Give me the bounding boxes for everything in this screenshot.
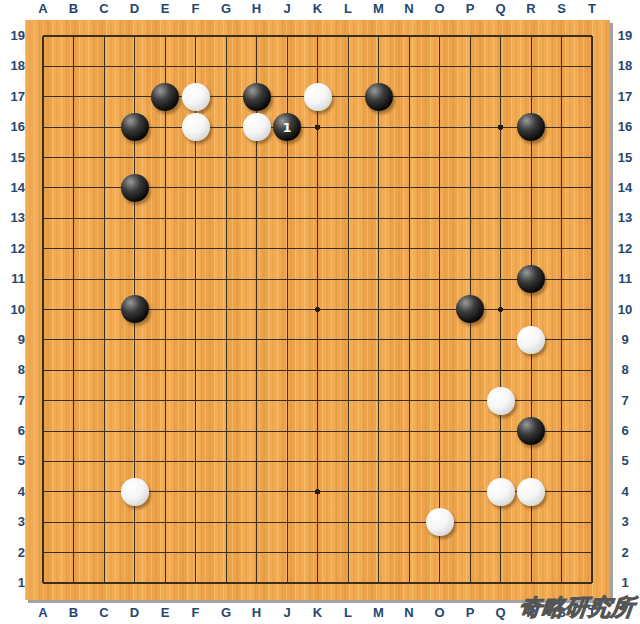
intersection-C12[interactable] xyxy=(89,234,120,264)
intersection-S5[interactable] xyxy=(546,446,577,476)
intersection-P6[interactable] xyxy=(455,416,486,446)
intersection-K1[interactable] xyxy=(302,568,333,598)
intersection-E7[interactable] xyxy=(150,385,181,415)
intersection-R18[interactable] xyxy=(516,51,547,81)
intersection-P3[interactable] xyxy=(455,507,486,537)
intersection-D12[interactable] xyxy=(119,234,150,264)
intersection-H1[interactable] xyxy=(241,568,272,598)
intersection-C16[interactable] xyxy=(89,112,120,142)
intersection-C11[interactable] xyxy=(89,264,120,294)
intersection-E10[interactable] xyxy=(150,294,181,324)
intersection-L19[interactable] xyxy=(333,21,364,51)
intersection-F11[interactable] xyxy=(180,264,211,294)
intersection-G10[interactable] xyxy=(211,294,242,324)
intersection-D16[interactable] xyxy=(119,112,150,142)
intersection-Q3[interactable] xyxy=(485,507,516,537)
intersection-A11[interactable] xyxy=(28,264,59,294)
intersection-O12[interactable] xyxy=(424,234,455,264)
intersection-C7[interactable] xyxy=(89,385,120,415)
intersection-T6[interactable] xyxy=(577,416,608,446)
intersection-R3[interactable] xyxy=(516,507,547,537)
intersection-O13[interactable] xyxy=(424,203,455,233)
intersection-F3[interactable] xyxy=(180,507,211,537)
intersection-N19[interactable] xyxy=(394,21,425,51)
intersection-M8[interactable] xyxy=(363,355,394,385)
intersection-L9[interactable] xyxy=(333,325,364,355)
intersection-D10[interactable] xyxy=(119,294,150,324)
intersection-A16[interactable] xyxy=(28,112,59,142)
intersection-D3[interactable] xyxy=(119,507,150,537)
intersection-J17[interactable] xyxy=(272,82,303,112)
intersection-S18[interactable] xyxy=(546,51,577,81)
intersection-N13[interactable] xyxy=(394,203,425,233)
intersection-G1[interactable] xyxy=(211,568,242,598)
intersection-C18[interactable] xyxy=(89,51,120,81)
intersection-G5[interactable] xyxy=(211,446,242,476)
intersection-H17[interactable] xyxy=(241,82,272,112)
intersection-H19[interactable] xyxy=(241,21,272,51)
intersection-N18[interactable] xyxy=(394,51,425,81)
intersection-E17[interactable] xyxy=(150,82,181,112)
intersection-E15[interactable] xyxy=(150,142,181,172)
intersection-L16[interactable] xyxy=(333,112,364,142)
intersection-F17[interactable] xyxy=(180,82,211,112)
intersection-F6[interactable] xyxy=(180,416,211,446)
intersection-H16[interactable] xyxy=(241,112,272,142)
intersection-S19[interactable] xyxy=(546,21,577,51)
intersection-D19[interactable] xyxy=(119,21,150,51)
intersection-G19[interactable] xyxy=(211,21,242,51)
intersection-H10[interactable] xyxy=(241,294,272,324)
intersection-M10[interactable] xyxy=(363,294,394,324)
intersection-E11[interactable] xyxy=(150,264,181,294)
intersection-T15[interactable] xyxy=(577,142,608,172)
intersection-B17[interactable] xyxy=(58,82,89,112)
intersection-F8[interactable] xyxy=(180,355,211,385)
intersection-G13[interactable] xyxy=(211,203,242,233)
intersection-C6[interactable] xyxy=(89,416,120,446)
intersection-P11[interactable] xyxy=(455,264,486,294)
intersection-D6[interactable] xyxy=(119,416,150,446)
intersection-Q17[interactable] xyxy=(485,82,516,112)
intersection-K7[interactable] xyxy=(302,385,333,415)
intersection-H15[interactable] xyxy=(241,142,272,172)
intersection-A6[interactable] xyxy=(28,416,59,446)
intersection-J13[interactable] xyxy=(272,203,303,233)
intersection-G11[interactable] xyxy=(211,264,242,294)
intersection-A5[interactable] xyxy=(28,446,59,476)
intersection-J7[interactable] xyxy=(272,385,303,415)
intersection-H3[interactable] xyxy=(241,507,272,537)
intersection-L1[interactable] xyxy=(333,568,364,598)
intersection-K19[interactable] xyxy=(302,21,333,51)
intersection-O3[interactable] xyxy=(424,507,455,537)
intersection-P15[interactable] xyxy=(455,142,486,172)
intersection-J4[interactable] xyxy=(272,477,303,507)
intersection-R4[interactable] xyxy=(516,477,547,507)
intersection-L13[interactable] xyxy=(333,203,364,233)
intersection-K5[interactable] xyxy=(302,446,333,476)
intersection-H14[interactable] xyxy=(241,173,272,203)
intersection-C2[interactable] xyxy=(89,537,120,567)
intersection-Q8[interactable] xyxy=(485,355,516,385)
intersection-F5[interactable] xyxy=(180,446,211,476)
intersection-M5[interactable] xyxy=(363,446,394,476)
intersection-D14[interactable] xyxy=(119,173,150,203)
intersection-O9[interactable] xyxy=(424,325,455,355)
intersection-A3[interactable] xyxy=(28,507,59,537)
intersection-F10[interactable] xyxy=(180,294,211,324)
intersection-N3[interactable] xyxy=(394,507,425,537)
intersection-S2[interactable] xyxy=(546,537,577,567)
intersection-G16[interactable] xyxy=(211,112,242,142)
intersection-D7[interactable] xyxy=(119,385,150,415)
intersection-L10[interactable] xyxy=(333,294,364,324)
intersection-S7[interactable] xyxy=(546,385,577,415)
intersection-P7[interactable] xyxy=(455,385,486,415)
intersection-P10[interactable] xyxy=(455,294,486,324)
intersection-D4[interactable] xyxy=(119,477,150,507)
intersection-A13[interactable] xyxy=(28,203,59,233)
intersection-P8[interactable] xyxy=(455,355,486,385)
intersection-R13[interactable] xyxy=(516,203,547,233)
intersection-M16[interactable] xyxy=(363,112,394,142)
intersection-L5[interactable] xyxy=(333,446,364,476)
intersection-K8[interactable] xyxy=(302,355,333,385)
intersection-C8[interactable] xyxy=(89,355,120,385)
intersection-C14[interactable] xyxy=(89,173,120,203)
intersection-A7[interactable] xyxy=(28,385,59,415)
intersection-J11[interactable] xyxy=(272,264,303,294)
intersection-L12[interactable] xyxy=(333,234,364,264)
intersection-Q13[interactable] xyxy=(485,203,516,233)
intersection-A18[interactable] xyxy=(28,51,59,81)
intersection-M6[interactable] xyxy=(363,416,394,446)
intersection-Q19[interactable] xyxy=(485,21,516,51)
intersection-Q2[interactable] xyxy=(485,537,516,567)
intersection-G7[interactable] xyxy=(211,385,242,415)
intersection-M19[interactable] xyxy=(363,21,394,51)
intersection-M15[interactable] xyxy=(363,142,394,172)
intersection-A9[interactable] xyxy=(28,325,59,355)
intersection-Q5[interactable] xyxy=(485,446,516,476)
intersection-T4[interactable] xyxy=(577,477,608,507)
intersection-T11[interactable] xyxy=(577,264,608,294)
intersection-D11[interactable] xyxy=(119,264,150,294)
intersection-D2[interactable] xyxy=(119,537,150,567)
intersection-O6[interactable] xyxy=(424,416,455,446)
intersection-D5[interactable] xyxy=(119,446,150,476)
intersection-E6[interactable] xyxy=(150,416,181,446)
intersection-G6[interactable] xyxy=(211,416,242,446)
intersection-B8[interactable] xyxy=(58,355,89,385)
intersection-O5[interactable] xyxy=(424,446,455,476)
intersection-R15[interactable] xyxy=(516,142,547,172)
intersection-O1[interactable] xyxy=(424,568,455,598)
intersection-G2[interactable] xyxy=(211,537,242,567)
intersection-G12[interactable] xyxy=(211,234,242,264)
intersection-Q15[interactable] xyxy=(485,142,516,172)
intersection-R2[interactable] xyxy=(516,537,547,567)
intersection-L8[interactable] xyxy=(333,355,364,385)
intersection-Q10[interactable] xyxy=(485,294,516,324)
intersection-Q12[interactable] xyxy=(485,234,516,264)
intersection-N12[interactable] xyxy=(394,234,425,264)
intersection-C19[interactable] xyxy=(89,21,120,51)
intersection-G3[interactable] xyxy=(211,507,242,537)
intersection-O14[interactable] xyxy=(424,173,455,203)
intersection-B3[interactable] xyxy=(58,507,89,537)
intersection-T2[interactable] xyxy=(577,537,608,567)
intersection-O2[interactable] xyxy=(424,537,455,567)
intersection-P12[interactable] xyxy=(455,234,486,264)
intersection-O17[interactable] xyxy=(424,82,455,112)
intersection-P14[interactable] xyxy=(455,173,486,203)
intersection-S11[interactable] xyxy=(546,264,577,294)
intersection-M13[interactable] xyxy=(363,203,394,233)
intersection-F9[interactable] xyxy=(180,325,211,355)
intersection-Q1[interactable] xyxy=(485,568,516,598)
intersection-L3[interactable] xyxy=(333,507,364,537)
intersection-G17[interactable] xyxy=(211,82,242,112)
intersection-N4[interactable] xyxy=(394,477,425,507)
intersection-H12[interactable] xyxy=(241,234,272,264)
intersection-J5[interactable] xyxy=(272,446,303,476)
intersection-K16[interactable] xyxy=(302,112,333,142)
intersection-S8[interactable] xyxy=(546,355,577,385)
intersection-C5[interactable] xyxy=(89,446,120,476)
intersection-B2[interactable] xyxy=(58,537,89,567)
intersection-R12[interactable] xyxy=(516,234,547,264)
intersection-Q11[interactable] xyxy=(485,264,516,294)
intersection-E13[interactable] xyxy=(150,203,181,233)
intersection-B9[interactable] xyxy=(58,325,89,355)
intersection-K2[interactable] xyxy=(302,537,333,567)
intersection-S13[interactable] xyxy=(546,203,577,233)
intersection-S16[interactable] xyxy=(546,112,577,142)
intersection-H18[interactable] xyxy=(241,51,272,81)
intersection-H8[interactable] xyxy=(241,355,272,385)
intersection-A14[interactable] xyxy=(28,173,59,203)
intersection-B13[interactable] xyxy=(58,203,89,233)
intersection-K15[interactable] xyxy=(302,142,333,172)
intersection-R7[interactable] xyxy=(516,385,547,415)
intersection-O19[interactable] xyxy=(424,21,455,51)
intersection-J18[interactable] xyxy=(272,51,303,81)
intersection-J8[interactable] xyxy=(272,355,303,385)
intersection-K10[interactable] xyxy=(302,294,333,324)
intersection-N10[interactable] xyxy=(394,294,425,324)
intersection-B5[interactable] xyxy=(58,446,89,476)
intersection-R17[interactable] xyxy=(516,82,547,112)
intersection-G9[interactable] xyxy=(211,325,242,355)
intersection-T14[interactable] xyxy=(577,173,608,203)
intersection-P1[interactable] xyxy=(455,568,486,598)
intersection-D15[interactable] xyxy=(119,142,150,172)
intersection-F15[interactable] xyxy=(180,142,211,172)
intersection-O4[interactable] xyxy=(424,477,455,507)
intersection-A19[interactable] xyxy=(28,21,59,51)
intersection-K9[interactable] xyxy=(302,325,333,355)
intersection-D8[interactable] xyxy=(119,355,150,385)
intersection-J10[interactable] xyxy=(272,294,303,324)
intersection-J2[interactable] xyxy=(272,537,303,567)
intersection-Q14[interactable] xyxy=(485,173,516,203)
intersection-R14[interactable] xyxy=(516,173,547,203)
intersection-K4[interactable] xyxy=(302,477,333,507)
intersection-G4[interactable] xyxy=(211,477,242,507)
intersection-T3[interactable] xyxy=(577,507,608,537)
intersection-Q4[interactable] xyxy=(485,477,516,507)
intersection-E12[interactable] xyxy=(150,234,181,264)
intersection-T18[interactable] xyxy=(577,51,608,81)
intersection-L14[interactable] xyxy=(333,173,364,203)
intersection-A4[interactable] xyxy=(28,477,59,507)
intersection-T8[interactable] xyxy=(577,355,608,385)
intersection-R5[interactable] xyxy=(516,446,547,476)
intersection-B15[interactable] xyxy=(58,142,89,172)
intersection-R11[interactable] xyxy=(516,264,547,294)
intersection-E4[interactable] xyxy=(150,477,181,507)
intersection-T12[interactable] xyxy=(577,234,608,264)
intersection-J3[interactable] xyxy=(272,507,303,537)
intersection-P19[interactable] xyxy=(455,21,486,51)
intersection-T19[interactable] xyxy=(577,21,608,51)
intersection-F14[interactable] xyxy=(180,173,211,203)
intersection-M11[interactable] xyxy=(363,264,394,294)
intersection-Q6[interactable] xyxy=(485,416,516,446)
intersection-D13[interactable] xyxy=(119,203,150,233)
intersection-P5[interactable] xyxy=(455,446,486,476)
intersection-L18[interactable] xyxy=(333,51,364,81)
intersection-R16[interactable] xyxy=(516,112,547,142)
intersection-S12[interactable] xyxy=(546,234,577,264)
intersection-G15[interactable] xyxy=(211,142,242,172)
intersection-O10[interactable] xyxy=(424,294,455,324)
intersection-K12[interactable] xyxy=(302,234,333,264)
intersection-L2[interactable] xyxy=(333,537,364,567)
intersection-P2[interactable] xyxy=(455,537,486,567)
intersection-T7[interactable] xyxy=(577,385,608,415)
intersection-F7[interactable] xyxy=(180,385,211,415)
intersection-M9[interactable] xyxy=(363,325,394,355)
intersection-O15[interactable] xyxy=(424,142,455,172)
intersection-F4[interactable] xyxy=(180,477,211,507)
intersection-H6[interactable] xyxy=(241,416,272,446)
intersection-P17[interactable] xyxy=(455,82,486,112)
intersection-L11[interactable] xyxy=(333,264,364,294)
intersection-B16[interactable] xyxy=(58,112,89,142)
intersection-Q7[interactable] xyxy=(485,385,516,415)
intersection-K3[interactable] xyxy=(302,507,333,537)
intersection-L7[interactable] xyxy=(333,385,364,415)
intersection-J14[interactable] xyxy=(272,173,303,203)
intersection-M7[interactable] xyxy=(363,385,394,415)
intersection-N2[interactable] xyxy=(394,537,425,567)
intersection-C4[interactable] xyxy=(89,477,120,507)
intersection-L6[interactable] xyxy=(333,416,364,446)
intersection-B14[interactable] xyxy=(58,173,89,203)
intersection-B12[interactable] xyxy=(58,234,89,264)
intersection-S6[interactable] xyxy=(546,416,577,446)
intersection-N5[interactable] xyxy=(394,446,425,476)
intersection-G8[interactable] xyxy=(211,355,242,385)
intersection-S3[interactable] xyxy=(546,507,577,537)
intersection-C9[interactable] xyxy=(89,325,120,355)
intersection-M2[interactable] xyxy=(363,537,394,567)
intersection-Q18[interactable] xyxy=(485,51,516,81)
intersection-F12[interactable] xyxy=(180,234,211,264)
intersection-T16[interactable] xyxy=(577,112,608,142)
intersection-M3[interactable] xyxy=(363,507,394,537)
intersection-P4[interactable] xyxy=(455,477,486,507)
intersection-T17[interactable] xyxy=(577,82,608,112)
intersection-J16[interactable]: 1 xyxy=(272,112,303,142)
intersection-M12[interactable] xyxy=(363,234,394,264)
intersection-H4[interactable] xyxy=(241,477,272,507)
intersection-O18[interactable] xyxy=(424,51,455,81)
intersection-N16[interactable] xyxy=(394,112,425,142)
intersection-H11[interactable] xyxy=(241,264,272,294)
intersection-N7[interactable] xyxy=(394,385,425,415)
intersection-E9[interactable] xyxy=(150,325,181,355)
intersection-B19[interactable] xyxy=(58,21,89,51)
intersection-A15[interactable] xyxy=(28,142,59,172)
intersection-J12[interactable] xyxy=(272,234,303,264)
intersection-K11[interactable] xyxy=(302,264,333,294)
intersection-E8[interactable] xyxy=(150,355,181,385)
intersection-K14[interactable] xyxy=(302,173,333,203)
intersection-H2[interactable] xyxy=(241,537,272,567)
intersection-D1[interactable] xyxy=(119,568,150,598)
intersection-L17[interactable] xyxy=(333,82,364,112)
intersection-N8[interactable] xyxy=(394,355,425,385)
intersection-Q9[interactable] xyxy=(485,325,516,355)
intersection-J6[interactable] xyxy=(272,416,303,446)
intersection-D9[interactable] xyxy=(119,325,150,355)
intersection-E18[interactable] xyxy=(150,51,181,81)
intersection-A12[interactable] xyxy=(28,234,59,264)
intersection-M17[interactable] xyxy=(363,82,394,112)
intersection-G14[interactable] xyxy=(211,173,242,203)
intersection-P18[interactable] xyxy=(455,51,486,81)
intersection-S17[interactable] xyxy=(546,82,577,112)
intersection-A2[interactable] xyxy=(28,537,59,567)
intersection-T10[interactable] xyxy=(577,294,608,324)
intersection-O11[interactable] xyxy=(424,264,455,294)
intersection-M14[interactable] xyxy=(363,173,394,203)
intersection-R10[interactable] xyxy=(516,294,547,324)
intersection-B6[interactable] xyxy=(58,416,89,446)
intersection-A17[interactable] xyxy=(28,82,59,112)
intersection-S4[interactable] xyxy=(546,477,577,507)
intersection-P13[interactable] xyxy=(455,203,486,233)
intersection-S14[interactable] xyxy=(546,173,577,203)
intersection-N6[interactable] xyxy=(394,416,425,446)
intersection-R6[interactable] xyxy=(516,416,547,446)
intersection-H9[interactable] xyxy=(241,325,272,355)
intersection-T9[interactable] xyxy=(577,325,608,355)
intersection-D17[interactable] xyxy=(119,82,150,112)
intersection-R19[interactable] xyxy=(516,21,547,51)
intersection-N14[interactable] xyxy=(394,173,425,203)
intersection-C15[interactable] xyxy=(89,142,120,172)
intersection-N15[interactable] xyxy=(394,142,425,172)
intersection-F18[interactable] xyxy=(180,51,211,81)
intersection-F19[interactable] xyxy=(180,21,211,51)
intersection-E5[interactable] xyxy=(150,446,181,476)
intersection-J9[interactable] xyxy=(272,325,303,355)
